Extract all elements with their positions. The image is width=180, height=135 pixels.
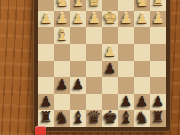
square-f6[interactable] bbox=[118, 77, 134, 94]
white-pawn-a2[interactable]: ♟ bbox=[40, 11, 53, 25]
white-pawn-b2[interactable]: ♟ bbox=[56, 11, 69, 25]
white-pawn-h2[interactable]: ♟ bbox=[152, 11, 165, 25]
black-knight-b8[interactable]: ♞ bbox=[55, 109, 69, 125]
white-pawn-g2[interactable]: ♟ bbox=[136, 11, 149, 25]
black-pawn-b6[interactable]: ♟ bbox=[56, 77, 69, 91]
square-e6[interactable] bbox=[102, 77, 118, 94]
square-g6[interactable] bbox=[134, 77, 150, 94]
black-rook-a8[interactable]: ♜ bbox=[39, 110, 52, 125]
white-knight-g1[interactable]: ♞ bbox=[135, 0, 149, 9]
square-d3[interactable] bbox=[86, 27, 102, 44]
square-a4[interactable] bbox=[38, 44, 54, 61]
black-pawn-g7[interactable]: ♟ bbox=[136, 94, 149, 108]
white-rook-h1[interactable]: ♜ bbox=[151, 0, 164, 9]
square-d5[interactable] bbox=[86, 61, 102, 78]
square-g5[interactable] bbox=[134, 61, 150, 78]
black-bishop-f8[interactable]: ♝ bbox=[119, 109, 133, 125]
square-g4[interactable] bbox=[134, 44, 150, 61]
black-pawn-e5[interactable]: ♟ bbox=[104, 61, 117, 75]
white-pawn-e4[interactable]: ♟ bbox=[104, 44, 117, 58]
black-knight-g8[interactable]: ♞ bbox=[135, 109, 149, 125]
black-king-e8[interactable]: ♚ bbox=[102, 109, 117, 126]
square-b4[interactable] bbox=[54, 44, 70, 61]
square-h4[interactable] bbox=[150, 44, 166, 61]
white-bishop-c1[interactable]: ♝ bbox=[71, 0, 85, 9]
square-c4[interactable] bbox=[70, 44, 86, 61]
square-c3[interactable] bbox=[70, 27, 86, 44]
square-a6[interactable] bbox=[38, 77, 54, 94]
chess-game-screen: ♞♝♛♞♜♟♟♟♟♚♟♟♟♝♟♟♟♟♟♟♟♟♜♞♝♛♚♝♞♜ bbox=[0, 0, 180, 135]
corner-menu-button[interactable] bbox=[35, 126, 46, 135]
square-c5[interactable] bbox=[70, 61, 86, 78]
square-a3[interactable] bbox=[38, 27, 54, 44]
white-queen-d1[interactable]: ♛ bbox=[86, 0, 101, 9]
black-pawn-a7[interactable]: ♟ bbox=[40, 94, 53, 108]
white-pawn-f2[interactable]: ♟ bbox=[120, 11, 133, 25]
white-pawn-c2[interactable]: ♟ bbox=[72, 11, 85, 25]
white-pawn-d2[interactable]: ♟ bbox=[88, 11, 101, 25]
black-rook-h8[interactable]: ♜ bbox=[151, 110, 164, 125]
square-h3[interactable] bbox=[150, 27, 166, 44]
square-a5[interactable] bbox=[38, 61, 54, 78]
black-queen-d8[interactable]: ♛ bbox=[86, 109, 101, 126]
square-h5[interactable] bbox=[150, 61, 166, 78]
square-e3[interactable] bbox=[102, 27, 118, 44]
black-pawn-h7[interactable]: ♟ bbox=[152, 94, 165, 108]
white-bishop-b3[interactable]: ♝ bbox=[55, 26, 69, 42]
square-f5[interactable] bbox=[118, 61, 134, 78]
black-bishop-c8[interactable]: ♝ bbox=[71, 109, 85, 125]
square-b5[interactable] bbox=[54, 61, 70, 78]
square-g3[interactable] bbox=[134, 27, 150, 44]
square-d4[interactable] bbox=[86, 44, 102, 61]
square-f4[interactable] bbox=[118, 44, 134, 61]
white-king-e2[interactable]: ♚ bbox=[102, 9, 117, 26]
square-f3[interactable] bbox=[118, 27, 134, 44]
white-knight-b1[interactable]: ♞ bbox=[55, 0, 69, 9]
square-h6[interactable] bbox=[150, 77, 166, 94]
black-pawn-f7[interactable]: ♟ bbox=[120, 94, 133, 108]
square-d6[interactable] bbox=[86, 77, 102, 94]
black-pawn-c6[interactable]: ♟ bbox=[72, 77, 85, 91]
